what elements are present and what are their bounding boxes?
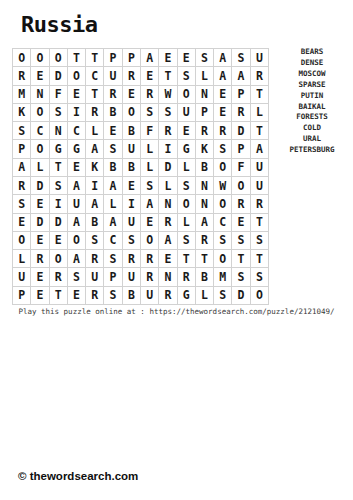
grid-cell[interactable]: A	[214, 49, 231, 66]
word-list-item: BEARS	[276, 47, 348, 58]
grid-cell[interactable]: T	[232, 250, 249, 267]
grid-cell[interactable]: A	[13, 159, 30, 176]
grid-cell[interactable]: S	[178, 177, 195, 194]
grid-cell[interactable]: K	[13, 104, 30, 121]
grid-cell[interactable]: R	[86, 104, 103, 121]
grid-cell[interactable]: U	[123, 140, 140, 157]
grid-cell[interactable]: R	[50, 268, 67, 285]
grid-cell[interactable]: E	[31, 268, 48, 285]
word-list-item: URAL	[276, 134, 348, 145]
grid-cell[interactable]: R	[86, 287, 103, 304]
grid-cell[interactable]: E	[31, 67, 48, 84]
grid-cell[interactable]: I	[159, 140, 176, 157]
grid-cell[interactable]: T	[86, 86, 103, 103]
grid-cell[interactable]: O	[31, 49, 48, 66]
grid-cell[interactable]: E	[141, 214, 158, 231]
grid-cell[interactable]: M	[13, 86, 30, 103]
grid-cell[interactable]: S	[104, 140, 121, 157]
site-logo: © thewordsearch.com	[18, 470, 138, 482]
grid-cell[interactable]: R	[13, 67, 30, 84]
grid-cell[interactable]: E	[31, 287, 48, 304]
grid-cell[interactable]: U	[251, 159, 268, 176]
grid-cell[interactable]: E	[13, 214, 30, 231]
grid-cell[interactable]: T	[50, 159, 67, 176]
grid-cell[interactable]: A	[232, 67, 249, 84]
grid-cell[interactable]: S	[232, 232, 249, 249]
grid-cell[interactable]: T	[196, 250, 213, 267]
grid-cell[interactable]: A	[104, 177, 121, 194]
grid-cell[interactable]: N	[196, 195, 213, 212]
grid-cell[interactable]: L	[178, 159, 195, 176]
grid-cell[interactable]: C	[86, 67, 103, 84]
grid-cell[interactable]: O	[31, 104, 48, 121]
grid-cell[interactable]: B	[123, 122, 140, 139]
word-list: BEARSDENSEMOSCOWSPARSEPUTINBAIKALFORESTS…	[276, 47, 348, 156]
grid-cell[interactable]: T	[251, 250, 268, 267]
grid-cell[interactable]: S	[251, 232, 268, 249]
word-list-item: PETERSBURG	[276, 145, 348, 156]
grid-cell[interactable]: A	[141, 49, 158, 66]
grid-cell[interactable]: A	[86, 140, 103, 157]
grid-cell[interactable]: E	[68, 287, 85, 304]
grid-cell[interactable]: A	[68, 250, 85, 267]
grid-cell[interactable]: P	[232, 140, 249, 157]
grid-cell[interactable]: D	[31, 177, 48, 194]
grid-cell[interactable]: E	[104, 122, 121, 139]
grid-cell[interactable]: P	[104, 49, 121, 66]
grid-cell[interactable]: O	[141, 232, 158, 249]
grid-cell[interactable]: L	[196, 287, 213, 304]
grid-cell[interactable]: U	[123, 214, 140, 231]
grid-cell[interactable]: D	[31, 214, 48, 231]
grid-cell[interactable]: S	[214, 140, 231, 157]
grid-cell[interactable]: D	[50, 67, 67, 84]
grid-cell[interactable]: S	[104, 287, 121, 304]
grid-cell[interactable]: O	[68, 67, 85, 84]
grid-cell[interactable]: S	[141, 177, 158, 194]
grid-cell[interactable]: N	[196, 86, 213, 103]
grid-cell[interactable]: F	[50, 86, 67, 103]
grid-cell[interactable]: E	[159, 250, 176, 267]
grid-cell[interactable]: C	[214, 214, 231, 231]
grid-cell[interactable]: U	[123, 268, 140, 285]
grid-cell[interactable]: S	[68, 268, 85, 285]
grid-cell[interactable]: L	[141, 140, 158, 157]
grid-cell[interactable]: R	[123, 67, 140, 84]
grid-cell[interactable]: R	[159, 214, 176, 231]
grid-cell[interactable]: E	[232, 214, 249, 231]
grid-cell[interactable]: R	[123, 250, 140, 267]
grid-cell[interactable]: S	[86, 232, 103, 249]
grid-cell[interactable]: O	[178, 86, 195, 103]
grid-cell[interactable]: L	[251, 104, 268, 121]
grid-cell[interactable]: A	[159, 232, 176, 249]
grid-cell[interactable]: E	[68, 86, 85, 103]
grid-cell[interactable]: B	[123, 287, 140, 304]
grid-cell[interactable]: T	[178, 250, 195, 267]
grid-cell[interactable]: D	[232, 287, 249, 304]
grid-cell[interactable]: R	[232, 195, 249, 212]
grid-cell[interactable]: O	[214, 159, 231, 176]
grid-cell[interactable]: O	[251, 287, 268, 304]
grid-cell[interactable]: T	[86, 49, 103, 66]
grid-cell[interactable]: E	[31, 195, 48, 212]
grid-cell[interactable]: S	[232, 268, 249, 285]
grid-cell[interactable]: N	[196, 177, 213, 194]
grid-cell[interactable]: S	[13, 195, 30, 212]
grid-cell[interactable]: L	[104, 195, 121, 212]
grid-cell[interactable]: R	[141, 86, 158, 103]
word-list-item: SPARSE	[276, 80, 348, 91]
grid-cell[interactable]: B	[86, 214, 103, 231]
grid-cell[interactable]: N	[159, 195, 176, 212]
grid-cell[interactable]: E	[68, 159, 85, 176]
grid-cell[interactable]: P	[13, 140, 30, 157]
grid-cell[interactable]: E	[50, 232, 67, 249]
grid-cell[interactable]: M	[214, 268, 231, 285]
grid-cell[interactable]: S	[178, 67, 195, 84]
grid-cell[interactable]: O	[214, 250, 231, 267]
grid-cell[interactable]: B	[104, 159, 121, 176]
grid-cell[interactable]: A	[86, 195, 103, 212]
grid-cell[interactable]: T	[50, 287, 67, 304]
grid-cell[interactable]: T	[251, 122, 268, 139]
grid-cell[interactable]: L	[178, 214, 195, 231]
grid-cell[interactable]: R	[178, 268, 195, 285]
grid-cell[interactable]: D	[50, 214, 67, 231]
grid-cell[interactable]: W	[214, 177, 231, 194]
grid-cell[interactable]: P	[196, 104, 213, 121]
grid-cell[interactable]: T	[159, 67, 176, 84]
word-list-item: BAIKAL	[276, 102, 348, 113]
grid-cell[interactable]: G	[178, 287, 195, 304]
grid-cell[interactable]: C	[104, 232, 121, 249]
grid-cell[interactable]: U	[13, 268, 30, 285]
grid-cell[interactable]: P	[104, 268, 121, 285]
grid-cell[interactable]: S	[214, 287, 231, 304]
grid-cell[interactable]: O	[50, 250, 67, 267]
grid-cell[interactable]: I	[50, 195, 67, 212]
grid-cell[interactable]: R	[251, 195, 268, 212]
grid-cell[interactable]: O	[50, 49, 67, 66]
grid-cell[interactable]: A	[196, 214, 213, 231]
grid-cell[interactable]: R	[251, 67, 268, 84]
grid-cell[interactable]: R	[13, 177, 30, 194]
grid-cell[interactable]: B	[104, 104, 121, 121]
grid-cell[interactable]: K	[196, 140, 213, 157]
grid-cell[interactable]: A	[251, 140, 268, 157]
grid-cell[interactable]: D	[232, 122, 249, 139]
grid-cell[interactable]: E	[123, 177, 140, 194]
grid-cell[interactable]: S	[214, 232, 231, 249]
grid-cell[interactable]: D	[159, 159, 176, 176]
grid-cell[interactable]: B	[196, 159, 213, 176]
grid-cell[interactable]: S	[232, 49, 249, 66]
grid-cell[interactable]: P	[13, 287, 30, 304]
grid-cell[interactable]: S	[50, 104, 67, 121]
grid-cell[interactable]: E	[141, 67, 158, 84]
grid-cell[interactable]: L	[141, 159, 158, 176]
grid-cell[interactable]: G	[178, 140, 195, 157]
grid-cell[interactable]: O	[13, 232, 30, 249]
grid-cell[interactable]: E	[123, 86, 140, 103]
word-search-grid: OOOTTPPAEESASUREDOCURETSLAARMNFETRERWONE…	[12, 48, 269, 305]
grid-cell[interactable]: R	[159, 122, 176, 139]
grid-cell[interactable]: R	[31, 250, 48, 267]
grid-cell[interactable]: E	[214, 104, 231, 121]
grid-cell[interactable]: S	[123, 232, 140, 249]
grid-cell[interactable]: S	[178, 232, 195, 249]
grid-cell[interactable]: I	[68, 104, 85, 121]
grid-cell[interactable]: A	[214, 67, 231, 84]
grid-cell[interactable]: L	[196, 67, 213, 84]
page-title: Russia	[21, 12, 97, 37]
word-list-item: DENSE	[276, 58, 348, 69]
word-list-item: FORESTS	[276, 112, 348, 123]
grid-cell[interactable]: T	[251, 86, 268, 103]
grid-cell[interactable]: R	[141, 250, 158, 267]
grid-cell[interactable]: R	[196, 232, 213, 249]
grid-cell[interactable]: N	[159, 268, 176, 285]
grid-cell[interactable]: R	[86, 250, 103, 267]
grid-cell[interactable]: S	[50, 177, 67, 194]
grid-cell[interactable]: P	[123, 49, 140, 66]
grid-cell[interactable]: R	[141, 268, 158, 285]
word-list-item: PUTIN	[276, 91, 348, 102]
grid-cell[interactable]: O	[214, 195, 231, 212]
grid-cell[interactable]: L	[159, 177, 176, 194]
grid-cell[interactable]: B	[123, 159, 140, 176]
word-list-item: COLD	[276, 123, 348, 134]
grid-cell[interactable]: U	[251, 177, 268, 194]
grid-cell[interactable]: O	[31, 140, 48, 157]
grid-cell[interactable]: I	[86, 177, 103, 194]
grid-cell[interactable]: T	[68, 49, 85, 66]
grid-cell[interactable]: A	[68, 177, 85, 194]
grid-cell[interactable]: A	[68, 214, 85, 231]
grid-cell[interactable]: N	[31, 86, 48, 103]
grid-cell[interactable]: E	[214, 86, 231, 103]
grid-cell[interactable]: O	[68, 232, 85, 249]
grid-cell[interactable]: O	[178, 195, 195, 212]
grid-cell[interactable]: R	[104, 86, 121, 103]
grid-cell[interactable]: U	[251, 49, 268, 66]
grid-cell[interactable]: U	[104, 67, 121, 84]
grid-cell[interactable]: R	[232, 104, 249, 121]
grid-cell[interactable]: P	[232, 86, 249, 103]
grid-cell[interactable]: B	[196, 268, 213, 285]
grid-cell[interactable]: E	[178, 122, 195, 139]
grid-cell[interactable]: S	[159, 104, 176, 121]
grid-cell[interactable]: N	[50, 122, 67, 139]
grid-cell[interactable]: U	[86, 268, 103, 285]
grid-cell[interactable]: C	[31, 122, 48, 139]
grid-cell[interactable]: G	[68, 140, 85, 157]
grid-cell[interactable]: I	[123, 195, 140, 212]
play-online-url-text: Play this puzzle online at : https://the…	[0, 307, 353, 316]
grid-cell[interactable]: K	[86, 159, 103, 176]
grid-cell[interactable]: E	[31, 232, 48, 249]
grid-cell[interactable]: R	[214, 122, 231, 139]
grid-cell[interactable]: A	[104, 214, 121, 231]
grid-cell[interactable]: E	[159, 49, 176, 66]
grid-cell[interactable]: S	[196, 49, 213, 66]
grid-cell[interactable]: U	[68, 195, 85, 212]
grid-cell[interactable]: S	[104, 250, 121, 267]
grid-cell[interactable]: F	[232, 159, 249, 176]
grid-cell[interactable]: E	[178, 49, 195, 66]
grid-cell[interactable]: O	[13, 49, 30, 66]
grid-cell[interactable]: R	[196, 122, 213, 139]
grid-cell[interactable]: O	[123, 104, 140, 121]
grid-cell[interactable]: L	[86, 122, 103, 139]
grid-cell[interactable]: S	[251, 268, 268, 285]
grid-cell[interactable]: T	[251, 214, 268, 231]
grid-cell[interactable]: G	[50, 140, 67, 157]
grid-cell[interactable]: L	[31, 159, 48, 176]
grid-cell[interactable]: C	[68, 122, 85, 139]
grid-cell[interactable]: U	[178, 104, 195, 121]
grid-cell[interactable]: O	[232, 177, 249, 194]
grid-cell[interactable]: R	[159, 287, 176, 304]
grid-cell[interactable]: F	[141, 122, 158, 139]
word-list-item: MOSCOW	[276, 69, 348, 80]
grid-cell[interactable]: S	[13, 122, 30, 139]
grid-cell[interactable]: S	[141, 104, 158, 121]
grid-cell[interactable]: U	[141, 287, 158, 304]
grid-cell[interactable]: L	[13, 250, 30, 267]
grid-cell[interactable]: W	[159, 86, 176, 103]
grid-cell[interactable]: A	[141, 195, 158, 212]
